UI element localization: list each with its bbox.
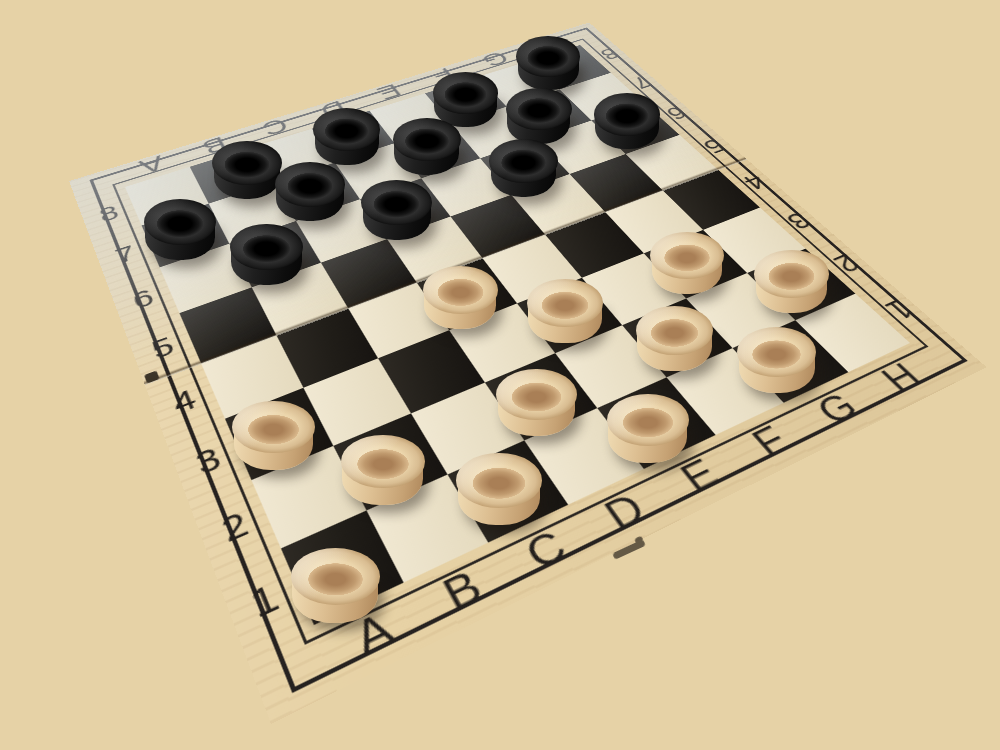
- checker-white-a1[interactable]: [291, 548, 380, 624]
- checker-top-hollow: [496, 369, 577, 420]
- checker-top-hollow: [341, 435, 425, 488]
- checker-top-hollow: [433, 72, 498, 114]
- checker-top-hollow: [361, 180, 432, 225]
- checker-black-h8[interactable]: [516, 36, 579, 90]
- checker-white-b2[interactable]: [341, 435, 425, 506]
- checker-black-b6[interactable]: [230, 224, 303, 286]
- checker-top-hollow: [607, 394, 689, 446]
- checker-white-f2[interactable]: [636, 306, 713, 372]
- checker-black-c7[interactable]: [275, 162, 345, 221]
- checker-top-hollow: [275, 162, 345, 207]
- checker-black-f6[interactable]: [489, 139, 558, 197]
- checker-top-hollow: [423, 266, 498, 314]
- checker-white-g3[interactable]: [650, 232, 724, 295]
- hinge-gap: [144, 371, 160, 384]
- photo-stage: AABBCCDDEEFFGGHH8877665544332211: [0, 0, 1000, 750]
- checker-white-g1[interactable]: [737, 327, 816, 394]
- checker-top-hollow: [650, 232, 724, 279]
- checker-top-hollow: [230, 224, 303, 271]
- checker-black-h6[interactable]: [594, 93, 661, 150]
- checker-top-hollow: [506, 88, 572, 130]
- checker-black-b8[interactable]: [212, 141, 281, 200]
- checker-white-h2[interactable]: [754, 250, 829, 314]
- checker-top-hollow: [754, 250, 829, 298]
- checker-top-hollow: [456, 453, 541, 507]
- checker-black-a7[interactable]: [144, 199, 216, 260]
- checker-top-hollow: [212, 141, 281, 185]
- checker-white-d4[interactable]: [423, 266, 498, 330]
- checker-black-d8[interactable]: [313, 108, 380, 165]
- checker-top-hollow: [527, 279, 603, 328]
- checker-top-hollow: [636, 306, 713, 355]
- checker-white-e1[interactable]: [607, 394, 689, 464]
- checker-top-hollow: [594, 93, 661, 135]
- checker-black-e7[interactable]: [393, 118, 461, 176]
- checker-top-hollow: [516, 36, 579, 76]
- checker-white-d2[interactable]: [496, 369, 577, 437]
- checker-top-hollow: [737, 327, 816, 377]
- checker-black-d6[interactable]: [361, 180, 432, 240]
- checker-top-hollow: [313, 108, 380, 151]
- checker-top-hollow: [232, 401, 314, 454]
- checker-top-hollow: [393, 118, 461, 161]
- checker-top-hollow: [291, 548, 380, 605]
- checker-white-a3[interactable]: [232, 401, 314, 471]
- checker-black-g7[interactable]: [506, 88, 572, 144]
- checker-top-hollow: [489, 139, 558, 183]
- checker-white-c1[interactable]: [456, 453, 541, 526]
- checker-white-e3[interactable]: [527, 279, 603, 344]
